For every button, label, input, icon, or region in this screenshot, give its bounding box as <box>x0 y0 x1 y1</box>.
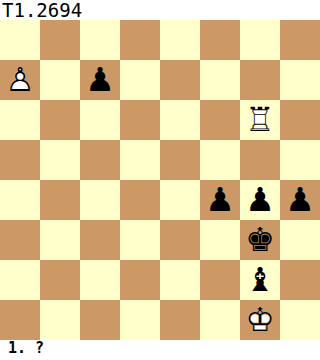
square-f2[interactable] <box>200 260 240 300</box>
square-f5[interactable] <box>200 140 240 180</box>
square-g8[interactable] <box>240 20 280 60</box>
piece-white-king[interactable]: ♚♔ <box>240 300 280 340</box>
piece-black-pawn[interactable]: ♟ <box>80 60 120 100</box>
square-c3[interactable] <box>80 220 120 260</box>
puzzle-id: T1.2694 <box>2 0 82 20</box>
square-c2[interactable] <box>80 260 120 300</box>
square-d6[interactable] <box>120 100 160 140</box>
square-h4[interactable]: ♟ <box>280 180 320 220</box>
piece-white-rook[interactable]: ♜♖ <box>240 100 280 140</box>
square-e4[interactable] <box>160 180 200 220</box>
square-g1[interactable]: ♚♔ <box>240 300 280 340</box>
square-d2[interactable] <box>120 260 160 300</box>
square-d4[interactable] <box>120 180 160 220</box>
white-rook-outline-glyph: ♖ <box>240 100 280 140</box>
square-b8[interactable] <box>40 20 80 60</box>
piece-black-pawn[interactable]: ♟ <box>240 180 280 220</box>
square-g2[interactable]: ♝ <box>240 260 280 300</box>
black-pawn-fill-glyph: ♟ <box>200 180 240 220</box>
white-king-outline-glyph: ♔ <box>240 300 280 340</box>
square-d7[interactable] <box>120 60 160 100</box>
square-f1[interactable] <box>200 300 240 340</box>
square-e7[interactable] <box>160 60 200 100</box>
square-b7[interactable] <box>40 60 80 100</box>
square-c6[interactable] <box>80 100 120 140</box>
square-c4[interactable] <box>80 180 120 220</box>
square-h5[interactable] <box>280 140 320 180</box>
square-g5[interactable] <box>240 140 280 180</box>
black-pawn-fill-glyph: ♟ <box>280 180 320 220</box>
square-b5[interactable] <box>40 140 80 180</box>
square-a2[interactable] <box>0 260 40 300</box>
square-a5[interactable] <box>0 140 40 180</box>
black-bishop-fill-glyph: ♝ <box>240 260 280 300</box>
square-d1[interactable] <box>120 300 160 340</box>
square-e5[interactable] <box>160 140 200 180</box>
square-c1[interactable] <box>80 300 120 340</box>
square-h7[interactable] <box>280 60 320 100</box>
square-b6[interactable] <box>40 100 80 140</box>
black-pawn-fill-glyph: ♟ <box>240 180 280 220</box>
square-h1[interactable] <box>280 300 320 340</box>
square-h6[interactable] <box>280 100 320 140</box>
square-e2[interactable] <box>160 260 200 300</box>
square-a7[interactable]: ♟♙ <box>0 60 40 100</box>
square-c8[interactable] <box>80 20 120 60</box>
move-prompt: 1. ? <box>8 338 44 358</box>
piece-black-pawn[interactable]: ♟ <box>200 180 240 220</box>
square-g7[interactable] <box>240 60 280 100</box>
square-g4[interactable]: ♟ <box>240 180 280 220</box>
square-f4[interactable]: ♟ <box>200 180 240 220</box>
square-a1[interactable] <box>0 300 40 340</box>
black-pawn-fill-glyph: ♟ <box>80 60 120 100</box>
square-d3[interactable] <box>120 220 160 260</box>
square-c5[interactable] <box>80 140 120 180</box>
square-b1[interactable] <box>40 300 80 340</box>
square-e6[interactable] <box>160 100 200 140</box>
square-h3[interactable] <box>280 220 320 260</box>
square-e3[interactable] <box>160 220 200 260</box>
white-pawn-outline-glyph: ♙ <box>0 60 40 100</box>
piece-white-pawn[interactable]: ♟♙ <box>0 60 40 100</box>
square-c7[interactable]: ♟ <box>80 60 120 100</box>
square-d8[interactable] <box>120 20 160 60</box>
square-f7[interactable] <box>200 60 240 100</box>
chess-board: ♟♙♟♜♖♟♟♟♚♝♚♔ <box>0 20 320 340</box>
square-h8[interactable] <box>280 20 320 60</box>
square-h2[interactable] <box>280 260 320 300</box>
black-king-fill-glyph: ♚ <box>240 220 280 260</box>
square-a4[interactable] <box>0 180 40 220</box>
square-f6[interactable] <box>200 100 240 140</box>
square-a6[interactable] <box>0 100 40 140</box>
square-b3[interactable] <box>40 220 80 260</box>
square-g3[interactable]: ♚ <box>240 220 280 260</box>
piece-black-bishop[interactable]: ♝ <box>240 260 280 300</box>
square-d5[interactable] <box>120 140 160 180</box>
square-e8[interactable] <box>160 20 200 60</box>
piece-black-king[interactable]: ♚ <box>240 220 280 260</box>
square-b4[interactable] <box>40 180 80 220</box>
square-a8[interactable] <box>0 20 40 60</box>
piece-black-pawn[interactable]: ♟ <box>280 180 320 220</box>
square-f8[interactable] <box>200 20 240 60</box>
square-e1[interactable] <box>160 300 200 340</box>
square-a3[interactable] <box>0 220 40 260</box>
square-g6[interactable]: ♜♖ <box>240 100 280 140</box>
square-b2[interactable] <box>40 260 80 300</box>
square-f3[interactable] <box>200 220 240 260</box>
